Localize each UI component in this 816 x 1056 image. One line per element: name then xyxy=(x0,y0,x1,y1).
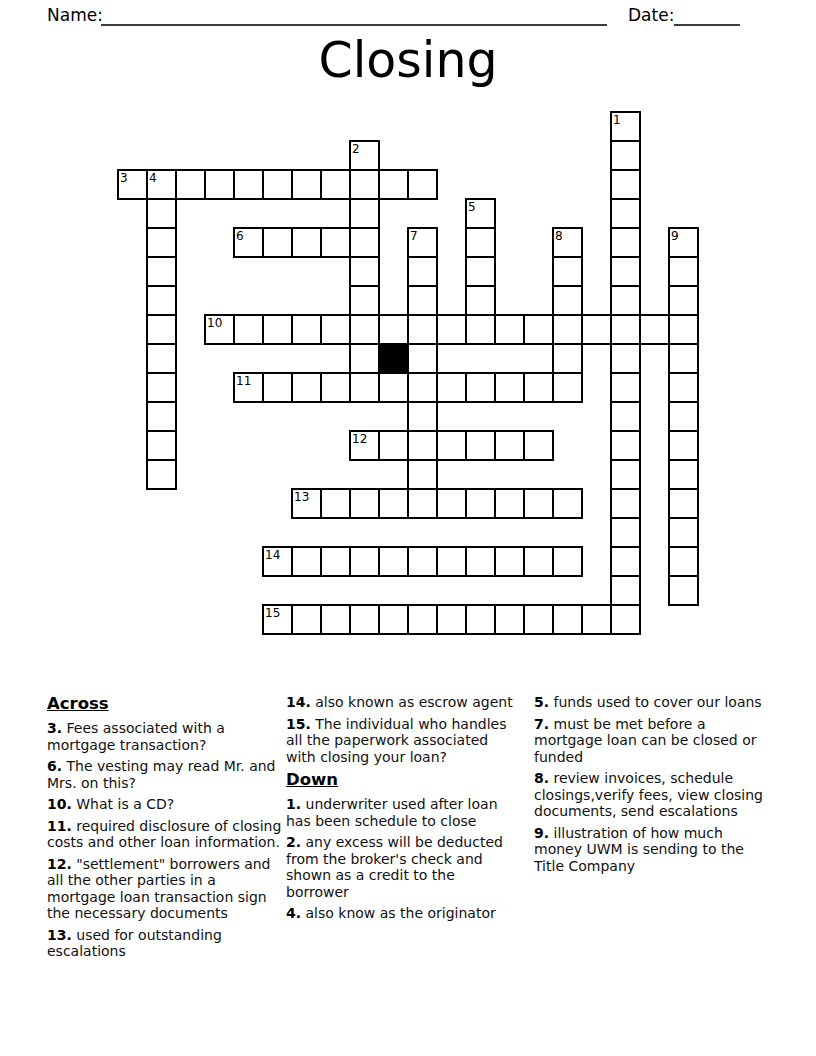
grid-cell[interactable] xyxy=(523,546,554,577)
grid-cell[interactable] xyxy=(320,488,351,519)
clue-number: 6. xyxy=(47,758,62,774)
grid-cell[interactable] xyxy=(610,140,641,171)
grid-cell[interactable] xyxy=(552,546,583,577)
clue-text: funds used to cover our loans xyxy=(549,694,762,710)
grid-cell[interactable] xyxy=(262,227,293,258)
grid-cell[interactable] xyxy=(407,227,438,258)
clue-text: Fees associated with a mortgage transact… xyxy=(47,720,225,753)
clue-number: 14. xyxy=(286,694,311,710)
grid-cell[interactable] xyxy=(407,256,438,287)
grid-cell[interactable] xyxy=(523,372,554,403)
clue-number: 11. xyxy=(47,818,72,834)
grid-cell[interactable] xyxy=(610,372,641,403)
grid-cell[interactable] xyxy=(610,343,641,374)
grid-cell[interactable] xyxy=(407,169,438,200)
grid-cell[interactable] xyxy=(349,546,380,577)
clue-text: any excess will be deducted from the bro… xyxy=(286,834,503,900)
clue-down-2: 2. any excess will be deducted from the … xyxy=(286,834,522,900)
clue-text: also know as the originator xyxy=(301,905,496,921)
grid-cell[interactable] xyxy=(291,372,322,403)
clue-text: What is a CD? xyxy=(72,796,174,812)
clue-across-3: 3. Fees associated with a mortgage trans… xyxy=(47,720,285,753)
clue-down-1: 1. underwriter used after loan has been … xyxy=(286,796,522,829)
grid-cell[interactable] xyxy=(407,430,438,461)
grid-cell[interactable] xyxy=(465,604,496,635)
clue-down-5: 5. funds used to cover our loans xyxy=(534,694,768,711)
grid-cell[interactable] xyxy=(407,459,438,490)
grid-cell[interactable] xyxy=(494,314,525,345)
clue-text: review invoices, schedule closings,verif… xyxy=(534,770,763,819)
clue-across-15: 15. The individual who handles all the p… xyxy=(286,716,522,766)
clue-number: 8. xyxy=(534,770,549,786)
grid-cell[interactable] xyxy=(378,604,409,635)
grid-cell[interactable] xyxy=(320,546,351,577)
grid-cell[interactable] xyxy=(146,343,177,374)
grid-cell[interactable] xyxy=(407,488,438,519)
grid-cell[interactable] xyxy=(378,169,409,200)
grid-cell[interactable] xyxy=(668,546,699,577)
grid-cell[interactable] xyxy=(175,169,206,200)
grid-cell[interactable] xyxy=(436,430,467,461)
clue-number: 13. xyxy=(47,927,72,943)
grid-cell[interactable] xyxy=(668,285,699,316)
grid-cell[interactable] xyxy=(465,546,496,577)
clue-down-4: 4. also know as the originator xyxy=(286,905,522,922)
grid-cell[interactable] xyxy=(291,604,322,635)
grid-cell[interactable] xyxy=(581,314,612,345)
grid-cell[interactable] xyxy=(262,372,293,403)
grid-cell[interactable] xyxy=(436,372,467,403)
grid-cell[interactable] xyxy=(465,285,496,316)
grid-cell[interactable] xyxy=(465,256,496,287)
grid-cell[interactable] xyxy=(552,227,583,258)
clue-down-9: 9. illustration of how much money UWM is… xyxy=(534,825,768,875)
page-title: Closing xyxy=(0,33,816,89)
grid-cell[interactable] xyxy=(291,227,322,258)
grid-cell[interactable] xyxy=(204,314,235,345)
grid-cell[interactable] xyxy=(465,198,496,229)
grid-cell[interactable] xyxy=(610,546,641,577)
down-heading: Down xyxy=(286,770,522,789)
grid-cell[interactable] xyxy=(610,227,641,258)
grid-cell[interactable] xyxy=(494,372,525,403)
clue-text: must be met before a mortgage loan can b… xyxy=(534,716,757,765)
grid-cell[interactable] xyxy=(465,372,496,403)
grid-cell[interactable] xyxy=(146,459,177,490)
grid-cell[interactable] xyxy=(291,169,322,200)
grid-cell[interactable] xyxy=(233,169,264,200)
grid-cell[interactable] xyxy=(494,430,525,461)
grid-cell[interactable] xyxy=(552,256,583,287)
clue-number: 12. xyxy=(47,856,72,872)
grid-cell[interactable] xyxy=(320,314,351,345)
grid-cell[interactable] xyxy=(610,256,641,287)
clue-across-6: 6. The vesting may read Mr. and Mrs. on … xyxy=(47,758,285,791)
clue-across-11: 11. required disclosure of closing costs… xyxy=(47,818,285,851)
grid-cell[interactable] xyxy=(523,430,554,461)
grid-cell[interactable] xyxy=(291,546,322,577)
grid-cell[interactable] xyxy=(407,372,438,403)
grid-cell[interactable] xyxy=(349,372,380,403)
grid-cell[interactable] xyxy=(146,256,177,287)
grid-cell[interactable] xyxy=(349,227,380,258)
grid-cell[interactable] xyxy=(349,169,380,200)
grid-cell[interactable] xyxy=(262,604,293,635)
grid-cell[interactable] xyxy=(146,401,177,432)
across-heading: Across xyxy=(47,694,285,713)
clue-text: The individual who handles all the paper… xyxy=(286,716,507,765)
clue-text: illustration of how much money UWM is se… xyxy=(534,825,744,874)
grid-cell[interactable] xyxy=(610,604,641,635)
grid-cell[interactable] xyxy=(146,227,177,258)
grid-cell[interactable] xyxy=(610,111,641,142)
clue-down-7: 7. must be met before a mortgage loan ca… xyxy=(534,716,768,766)
grid-cell[interactable] xyxy=(610,198,641,229)
grid-cell[interactable] xyxy=(668,401,699,432)
clue-text: also known as escrow agent xyxy=(311,694,513,710)
grid-cell[interactable] xyxy=(465,314,496,345)
clue-number: 10. xyxy=(47,796,72,812)
clue-number: 9. xyxy=(534,825,549,841)
grid-cell[interactable] xyxy=(233,227,264,258)
grid-cell[interactable] xyxy=(378,372,409,403)
grid-cell[interactable] xyxy=(668,430,699,461)
grid-cell[interactable] xyxy=(262,314,293,345)
grid-cell[interactable] xyxy=(291,314,322,345)
clue-column-1: Across3. Fees associated with a mortgage… xyxy=(47,694,285,965)
grid-cell[interactable] xyxy=(378,546,409,577)
grid-cell[interactable] xyxy=(320,372,351,403)
grid-cell[interactable] xyxy=(494,546,525,577)
grid-cell[interactable] xyxy=(349,314,380,345)
clue-number: 7. xyxy=(534,716,549,732)
grid-cell[interactable] xyxy=(378,488,409,519)
grid-cell[interactable] xyxy=(117,169,148,200)
clue-down-8: 8. review invoices, schedule closings,ve… xyxy=(534,770,768,820)
grid-cell[interactable] xyxy=(552,285,583,316)
grid-cell[interactable] xyxy=(262,169,293,200)
clue-number: 2. xyxy=(286,834,301,850)
grid-cell[interactable] xyxy=(320,227,351,258)
grid-cell[interactable] xyxy=(610,575,641,606)
grid-cell[interactable] xyxy=(552,604,583,635)
grid-cell[interactable] xyxy=(552,372,583,403)
grid-cell[interactable] xyxy=(610,401,641,432)
grid-cell[interactable] xyxy=(436,604,467,635)
grid-cell[interactable] xyxy=(668,227,699,258)
grid-cell[interactable] xyxy=(610,314,641,345)
grid-cell[interactable] xyxy=(407,604,438,635)
grid-cell[interactable] xyxy=(407,343,438,374)
grid-cell[interactable] xyxy=(349,604,380,635)
grid-cell[interactable] xyxy=(668,575,699,606)
grid-cell[interactable] xyxy=(668,256,699,287)
clue-column-3: 5. funds used to cover our loans7. must … xyxy=(534,694,768,879)
grid-cell[interactable] xyxy=(349,140,380,171)
grid-cell[interactable] xyxy=(552,488,583,519)
grid-cell[interactable] xyxy=(349,488,380,519)
grid-cell[interactable] xyxy=(146,285,177,316)
grid-cell[interactable] xyxy=(146,372,177,403)
grid-cell[interactable] xyxy=(552,343,583,374)
clue-text: underwriter used after loan has been sch… xyxy=(286,796,498,829)
grid-cell[interactable] xyxy=(668,343,699,374)
grid-cell[interactable] xyxy=(233,372,264,403)
grid-cell[interactable] xyxy=(146,169,177,200)
date-label: Date: xyxy=(628,5,674,25)
grid-cell[interactable] xyxy=(378,430,409,461)
clue-number: 5. xyxy=(534,694,549,710)
crossword-grid: 123456789101112131415 xyxy=(117,111,701,635)
clue-text: The vesting may read Mr. and Mrs. on thi… xyxy=(47,758,276,791)
grid-cell[interactable] xyxy=(494,488,525,519)
grid-cell[interactable] xyxy=(407,546,438,577)
grid-cell[interactable] xyxy=(668,314,699,345)
date-field-line[interactable] xyxy=(674,24,740,26)
grid-cell[interactable] xyxy=(581,604,612,635)
grid-cell[interactable] xyxy=(494,604,525,635)
grid-cell[interactable] xyxy=(378,314,409,345)
clue-across-12: 12. "settlement" borrowers and all the o… xyxy=(47,856,285,922)
grid-cell[interactable] xyxy=(233,314,264,345)
grid-cell[interactable] xyxy=(523,488,554,519)
grid-cell[interactable] xyxy=(320,604,351,635)
grid-cell[interactable] xyxy=(610,169,641,200)
clue-text: used for outstanding escalations xyxy=(47,927,222,960)
grid-cell[interactable] xyxy=(610,285,641,316)
grid-cell[interactable] xyxy=(668,517,699,548)
grid-cell[interactable] xyxy=(436,488,467,519)
clue-column-2: 14. also known as escrow agent15. The in… xyxy=(286,694,522,927)
grid-cell[interactable] xyxy=(349,256,380,287)
grid-cell[interactable] xyxy=(407,401,438,432)
grid-cell[interactable] xyxy=(610,517,641,548)
grid-cell[interactable] xyxy=(465,488,496,519)
grid-cell[interactable] xyxy=(291,488,322,519)
grid-cell[interactable] xyxy=(523,314,554,345)
grid-cell[interactable] xyxy=(436,314,467,345)
clue-number: 4. xyxy=(286,905,301,921)
clue-across-14: 14. also known as escrow agent xyxy=(286,694,522,711)
grid-cell[interactable] xyxy=(349,343,380,374)
grid-cell[interactable] xyxy=(465,227,496,258)
grid-cell[interactable] xyxy=(146,314,177,345)
clue-number: 3. xyxy=(47,720,62,736)
grid-cell[interactable] xyxy=(436,546,467,577)
grid-cell[interactable] xyxy=(349,285,380,316)
grid-cell[interactable] xyxy=(146,198,177,229)
grid-cell[interactable] xyxy=(407,314,438,345)
clue-text: required disclosure of closing costs and… xyxy=(47,818,281,851)
grid-cell[interactable] xyxy=(349,430,380,461)
name-label: Name: xyxy=(47,5,103,25)
clue-text: "settlement" borrowers and all the other… xyxy=(47,856,270,922)
grid-cell[interactable] xyxy=(146,430,177,461)
clue-across-10: 10. What is a CD? xyxy=(47,796,285,813)
grid-cell[interactable] xyxy=(262,546,293,577)
grid-cell[interactable] xyxy=(668,488,699,519)
grid-cell[interactable] xyxy=(552,314,583,345)
clue-number: 1. xyxy=(286,796,301,812)
grid-cell[interactable] xyxy=(610,459,641,490)
grid-cell[interactable] xyxy=(639,314,670,345)
grid-cell[interactable] xyxy=(668,459,699,490)
grid-cell[interactable] xyxy=(320,169,351,200)
clue-number: 15. xyxy=(286,716,311,732)
grid-cell[interactable] xyxy=(204,169,235,200)
grid-cell[interactable] xyxy=(610,488,641,519)
grid-cell[interactable] xyxy=(465,430,496,461)
grid-cell[interactable] xyxy=(349,198,380,229)
name-field-line[interactable] xyxy=(101,24,607,26)
grid-cell[interactable] xyxy=(523,604,554,635)
grid-cell[interactable] xyxy=(668,372,699,403)
grid-cell[interactable] xyxy=(610,430,641,461)
grid-cell[interactable] xyxy=(407,285,438,316)
clue-across-13: 13. used for outstanding escalations xyxy=(47,927,285,960)
black-cell xyxy=(378,343,409,374)
